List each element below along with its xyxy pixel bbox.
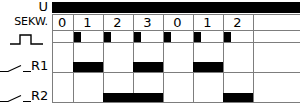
grid-line-horizontal [52, 102, 300, 103]
clock-pulse-mark [134, 32, 141, 42]
supply-bar [52, 2, 300, 13]
clock-pulse-mark [194, 32, 201, 42]
sequence-cell: 0 [52, 14, 73, 30]
switch-contact-icon [0, 62, 32, 74]
r1-active-bar [73, 62, 103, 73]
sequence-cell: 2 [223, 14, 253, 30]
r1-active-bar [133, 62, 163, 73]
sequence-cell: 3 [133, 14, 163, 30]
clock-pulse-mark [224, 32, 231, 42]
grid-line-horizontal [52, 72, 300, 73]
switch-contact-icon [0, 92, 32, 104]
output2-label: R2 [31, 88, 48, 103]
sequence-cell: 1 [73, 14, 103, 30]
clock-pulse-mark [104, 32, 111, 42]
clock-pulse-mark [74, 32, 81, 42]
r2-active-bar [103, 93, 133, 102]
clock-pulse-icon [9, 32, 47, 46]
r1-active-bar [193, 62, 223, 73]
sequence-cell: 2 [103, 14, 133, 30]
sequence-cell: 1 [193, 14, 223, 30]
sequence-label: SEKW. [0, 15, 48, 29]
output1-label: R1 [31, 58, 48, 73]
grid-line-horizontal [52, 42, 300, 43]
clock-pulse-mark [164, 32, 171, 42]
sequence-cell: 0 [163, 14, 193, 30]
sequence-cell [253, 14, 301, 30]
timing-diagram: U SEKW. R1 R2 0123012 [0, 0, 300, 104]
r2-active-bar [133, 93, 163, 102]
grid-line-horizontal [52, 30, 300, 31]
r2-active-bar [223, 93, 253, 102]
supply-label: U [0, 0, 48, 13]
